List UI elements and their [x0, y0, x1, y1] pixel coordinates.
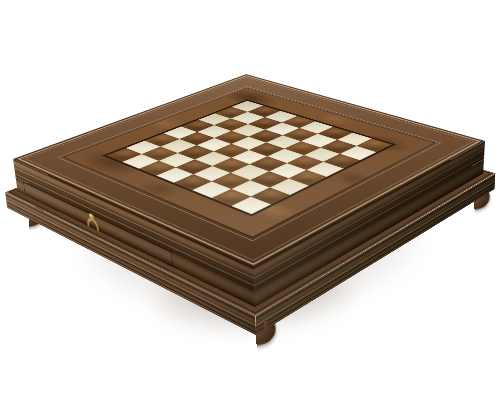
- square-f4: [250, 156, 287, 171]
- square-g1: [211, 189, 251, 206]
- square-g5: [287, 155, 324, 170]
- square-f1: [192, 181, 231, 198]
- square-f5: [267, 149, 303, 163]
- square-f3: [231, 164, 269, 179]
- square-b1: [122, 154, 158, 169]
- square-h3: [270, 178, 309, 195]
- square-d3: [195, 151, 231, 165]
- square-g4: [269, 163, 307, 178]
- square-h1: [231, 196, 271, 214]
- product-photo-scene: [0, 0, 500, 400]
- square-e4: [231, 150, 267, 164]
- square-h5: [306, 162, 344, 177]
- square-d2: [176, 159, 213, 174]
- square-d1: [156, 167, 194, 183]
- square-e2: [194, 166, 232, 181]
- square-c2: [159, 153, 195, 168]
- square-g6: [304, 147, 340, 161]
- square-h6: [323, 154, 360, 169]
- square-h7: [340, 146, 376, 160]
- square-h2: [251, 187, 291, 204]
- chess-cabinet: [13, 74, 485, 268]
- square-g3: [250, 171, 288, 187]
- square-h4: [288, 170, 326, 186]
- square-c1: [139, 161, 176, 176]
- square-e1: [174, 174, 212, 190]
- square-g2: [231, 180, 270, 197]
- square-f2: [212, 173, 250, 189]
- perspective-stage: [0, 0, 500, 400]
- square-e3: [213, 158, 250, 173]
